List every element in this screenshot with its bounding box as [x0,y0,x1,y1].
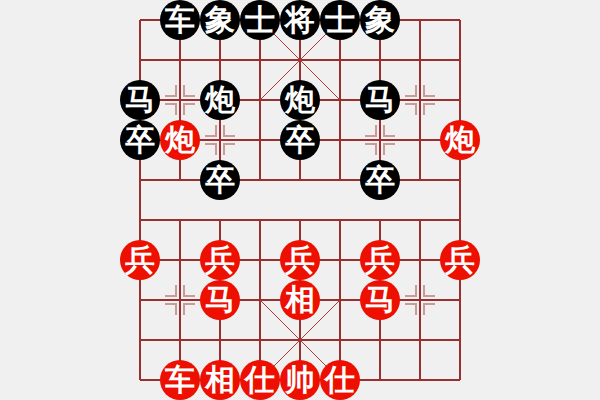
piece-black-soldier[interactable]: 卒 [360,160,400,200]
piece-red-cannon[interactable]: 炮 [440,120,480,160]
piece-black-advisor[interactable]: 士 [320,0,360,40]
piece-red-soldier[interactable]: 兵 [200,240,240,280]
piece-black-cannon[interactable]: 炮 [200,80,240,120]
piece-red-horse[interactable]: 马 [200,280,240,320]
piece-black-elephant[interactable]: 象 [360,0,400,40]
piece-red-cannon[interactable]: 炮 [160,120,200,160]
piece-black-horse[interactable]: 马 [120,80,160,120]
piece-black-horse[interactable]: 马 [360,80,400,120]
board-grid [0,0,600,400]
piece-red-soldier[interactable]: 兵 [120,240,160,280]
piece-red-elephant[interactable]: 相 [280,280,320,320]
piece-black-elephant[interactable]: 象 [200,0,240,40]
piece-black-soldier[interactable]: 卒 [200,160,240,200]
piece-black-advisor[interactable]: 士 [240,0,280,40]
piece-red-general[interactable]: 帅 [280,360,320,400]
piece-black-soldier[interactable]: 卒 [120,120,160,160]
piece-red-soldier[interactable]: 兵 [360,240,400,280]
xiangqi-board[interactable]: 车象士将士象马炮炮马卒炮卒炮卒卒兵兵兵兵兵马相马车相仕帅仕 [0,0,600,400]
piece-black-soldier[interactable]: 卒 [280,120,320,160]
piece-red-soldier[interactable]: 兵 [440,240,480,280]
piece-red-horse[interactable]: 马 [360,280,400,320]
piece-red-elephant[interactable]: 相 [200,360,240,400]
xiangqi-screenshot: 车象士将士象马炮炮马卒炮卒炮卒卒兵兵兵兵兵马相马车相仕帅仕 [0,0,600,400]
piece-black-chariot[interactable]: 车 [160,0,200,40]
piece-black-cannon[interactable]: 炮 [280,80,320,120]
grid-lines [140,20,460,380]
piece-black-general[interactable]: 将 [280,0,320,40]
piece-red-advisor[interactable]: 仕 [320,360,360,400]
piece-red-chariot[interactable]: 车 [160,360,200,400]
piece-red-soldier[interactable]: 兵 [280,240,320,280]
piece-red-advisor[interactable]: 仕 [240,360,280,400]
